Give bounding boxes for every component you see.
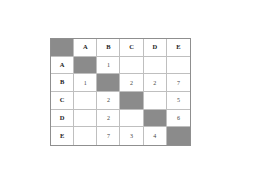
cell-E-E [167, 127, 190, 145]
cell-C-A [74, 92, 97, 110]
cell-D-B: 2 [97, 110, 120, 128]
cell-B-E: 7 [167, 74, 190, 92]
cell-C-C [120, 92, 143, 110]
cell-A-E [167, 57, 190, 75]
row-header-E: E [51, 127, 74, 145]
cell-D-D [144, 110, 167, 128]
col-header-E: E [167, 39, 190, 57]
cell-A-C [120, 57, 143, 75]
cell-C-D [144, 92, 167, 110]
cell-B-D: 2 [144, 74, 167, 92]
row-header-D: D [51, 110, 74, 128]
cell-C-B: 2 [97, 92, 120, 110]
cell-D-E: 6 [167, 110, 190, 128]
cell-E-A [74, 127, 97, 145]
col-header-D: D [144, 39, 167, 57]
col-header-A: A [74, 39, 97, 57]
cell-B-A: 1 [74, 74, 97, 92]
cell-E-B: 7 [97, 127, 120, 145]
corner-cell [51, 39, 74, 57]
col-header-B: B [97, 39, 120, 57]
cell-A-D [144, 57, 167, 75]
cell-B-C: 2 [120, 74, 143, 92]
cell-D-A [74, 110, 97, 128]
distance-table: ABCDEA1B1227C25D26E734 [50, 38, 191, 146]
col-header-C: C [120, 39, 143, 57]
row-header-B: B [51, 74, 74, 92]
cell-D-C [120, 110, 143, 128]
cell-A-B: 1 [97, 57, 120, 75]
cell-C-E: 5 [167, 92, 190, 110]
cell-E-C: 3 [120, 127, 143, 145]
cell-A-A [74, 57, 97, 75]
cell-B-B [97, 74, 120, 92]
cell-E-D: 4 [144, 127, 167, 145]
row-header-A: A [51, 57, 74, 75]
row-header-C: C [51, 92, 74, 110]
